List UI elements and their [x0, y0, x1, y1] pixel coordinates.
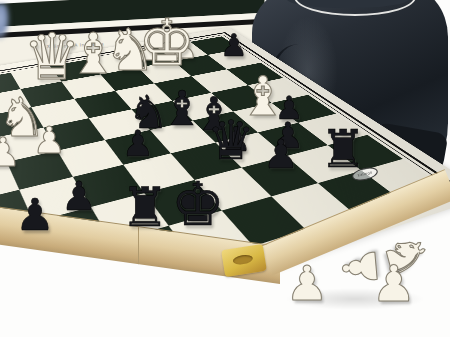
lid-brand-text: Xalingo S/A Indústria [46, 41, 104, 49]
clasp-slot [232, 254, 253, 266]
piece-white-pawn-lying: ♟ [335, 244, 384, 289]
xalingo-logo-text: Xalingo [357, 170, 373, 177]
blurred-object [0, 4, 10, 40]
piece-white-knight-lying: ♞ [375, 227, 437, 285]
box-seam [138, 227, 139, 264]
foreground-pieces-shadow [285, 288, 425, 310]
chess-set-photo: Xalingo S/A Indústria BRINQUEDOS abcdefg… [0, 0, 450, 337]
bag-logo-ellipse: BRINQUEDOS [294, 0, 416, 16]
